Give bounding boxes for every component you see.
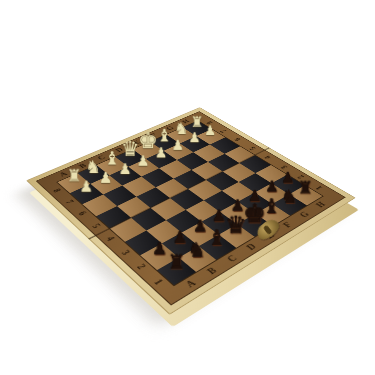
square-h1[interactable] [288,185,322,205]
square-c7[interactable] [109,167,141,186]
light-pawn-e7[interactable]: ♟ [155,146,168,160]
coord-label-C: C [216,248,248,270]
square-h5[interactable] [224,146,255,163]
square-a3[interactable] [125,230,162,255]
dark-pawn-c2[interactable]: ♟ [192,218,207,234]
square-d4[interactable] [170,189,204,210]
dark-bishop-c1[interactable]: ♝ [207,227,226,248]
dark-queen-d1[interactable]: ♛ [225,213,247,237]
square-a2[interactable] [140,244,178,270]
dark-knight-g1[interactable]: ♞ [281,188,298,207]
dark-pawn-d2[interactable]: ♟ [212,208,226,224]
dark-pawn-h2[interactable]: ♟ [281,171,294,186]
dark-pawn-e2[interactable]: ♟ [230,198,244,214]
coord-label-D: D [107,143,133,157]
square-g5[interactable] [208,154,239,172]
chessboard: 87654321 87654321 ABCDEFGH ABCDEFGH ♜♞♝♛… [26,107,356,315]
coordinate-band: 87654321 87654321 ABCDEFGH ABCDEFGH [36,111,346,305]
square-b7[interactable] [90,175,122,195]
square-d3[interactable] [185,200,220,222]
square-e5[interactable] [173,170,205,189]
square-c2[interactable] [182,222,218,246]
square-a8[interactable] [58,173,90,192]
square-a4[interactable] [110,218,146,242]
square-b1[interactable] [178,246,216,272]
coord-label-6: 6 [225,133,250,146]
coord-label-7: 7 [211,125,236,138]
light-pawn-g7[interactable]: ♟ [188,132,200,146]
light-pawn-d7[interactable]: ♟ [137,154,150,168]
square-g7[interactable] [180,136,210,152]
dark-pawn-g2[interactable]: ♟ [265,179,279,194]
square-b6[interactable] [103,186,136,206]
square-b8[interactable] [77,165,109,184]
coord-label-F: F [141,129,166,142]
square-c6[interactable] [122,177,155,197]
coord-label-8: 8 [42,182,71,199]
square-h2[interactable] [271,175,304,195]
coord-label-2: 2 [124,256,157,278]
square-h3[interactable] [255,165,287,184]
square-e6[interactable] [159,160,191,178]
board-grid [58,121,323,285]
light-rook-a8[interactable]: ♜ [66,168,81,185]
square-h7[interactable] [196,129,225,145]
coord-label-1: 1 [305,179,333,195]
square-d8[interactable] [115,149,146,166]
square-f6[interactable] [177,152,208,170]
light-pawn-b7[interactable]: ♟ [99,171,112,186]
light-rook-h8[interactable]: ♜ [190,115,203,130]
square-g2[interactable] [255,183,289,203]
square-d6[interactable] [141,168,173,187]
square-h6[interactable] [210,137,240,153]
coord-label-E: E [124,136,150,149]
coord-label-1: 1 [141,270,175,294]
square-a7[interactable] [70,184,103,204]
square-e8[interactable] [133,142,163,159]
labels-left: 87654321 [44,182,174,294]
coord-label-G: G [158,122,183,134]
coord-label-3: 3 [109,242,141,263]
square-a6[interactable] [82,195,116,216]
square-c3[interactable] [166,210,201,233]
coord-label-G: G [290,206,319,224]
square-g8[interactable] [166,128,195,144]
dark-rook-h1[interactable]: ♜ [298,179,313,196]
light-pawn-h7[interactable]: ♟ [204,124,216,137]
light-pawn-c7[interactable]: ♟ [119,163,132,178]
coord-label-A: A [174,272,208,296]
square-d1[interactable] [218,224,255,248]
pieces-layer: ♜♞♝♛♚♝♞♜♟♟♟♟♟♟♟♟♟♟♟♟♟♟♟♟♜♞♝♛♚♝♞♜ [58,121,323,285]
dark-pawn-a2[interactable]: ♟ [151,241,166,258]
coord-label-H: H [174,116,198,128]
square-b5[interactable] [116,196,150,217]
square-f3[interactable] [221,182,254,202]
coord-label-A: A [50,167,78,182]
square-d7[interactable] [128,159,159,177]
square-h4[interactable] [239,155,271,173]
square-c4[interactable] [151,198,185,220]
coord-label-4: 4 [255,150,281,164]
coord-label-7: 7 [54,193,84,210]
square-a1[interactable] [157,258,196,286]
coord-label-5: 5 [80,216,111,235]
square-g1[interactable] [272,194,307,215]
board-drop-shadow [60,85,294,319]
square-f4[interactable] [206,171,239,190]
coord-label-C: C [88,151,115,165]
light-knight-b8[interactable]: ♞ [85,158,101,175]
square-e4[interactable] [188,180,221,200]
square-c8[interactable] [97,157,128,175]
dark-rook-a1[interactable]: ♜ [167,253,185,273]
hinge-seam [88,147,270,239]
square-h8[interactable] [182,121,211,136]
square-a5[interactable] [96,206,131,228]
labels-top: ABCDEFGH [50,116,198,183]
dark-bishop-f1[interactable]: ♝ [263,196,281,216]
coord-label-8: 8 [198,117,222,129]
square-b2[interactable] [161,233,198,258]
light-knight-g8[interactable]: ♞ [174,121,188,137]
light-pawn-f7[interactable]: ♟ [172,139,184,153]
labels-bottom: ABCDEFGH [174,196,335,296]
coord-label-4: 4 [94,229,126,249]
square-b4[interactable] [131,208,166,231]
dark-pawn-f2[interactable]: ♟ [248,189,262,204]
light-bishop-c8[interactable]: ♝ [104,149,120,167]
labels-right: 87654321 [198,116,333,196]
dark-knight-b1[interactable]: ♞ [188,240,207,261]
square-e3[interactable] [203,191,237,212]
square-c5[interactable] [136,187,170,208]
coord-label-6: 6 [67,204,97,222]
light-pawn-a7[interactable]: ♟ [79,180,93,195]
square-g4[interactable] [223,163,255,182]
square-f7[interactable] [163,143,193,160]
square-d2[interactable] [201,212,237,235]
box-side-thickness [74,84,308,318]
square-b3[interactable] [146,220,182,244]
square-e7[interactable] [146,151,177,168]
square-f2[interactable] [238,193,272,214]
coord-label-B: B [196,260,229,283]
light-bishop-f8[interactable]: ♝ [157,127,172,144]
square-d5[interactable] [155,178,188,198]
square-g3[interactable] [238,173,271,192]
square-f5[interactable] [191,162,223,180]
coord-label-H: H [307,196,336,214]
coord-label-2: 2 [287,169,314,185]
light-king-e8[interactable]: ♚ [138,130,158,152]
dark-pawn-b2[interactable]: ♟ [172,229,187,246]
coord-label-5: 5 [240,141,266,155]
board-outer-frame: 87654321 87654321 ABCDEFGH ABCDEFGH [26,107,356,315]
product-photo-scene: 87654321 87654321 ABCDEFGH ABCDEFGH ♜♞♝♛… [0,0,375,375]
square-c1[interactable] [198,235,235,260]
square-g6[interactable] [193,145,224,162]
coord-label-B: B [69,159,96,174]
square-e2[interactable] [220,202,255,224]
chessboard-assembly: 87654321 87654321 ABCDEFGH ABCDEFGH ♜♞♝♛… [71,72,305,306]
light-queen-d8[interactable]: ♛ [121,139,139,160]
coord-label-3: 3 [271,160,298,175]
brass-clasp [254,216,282,243]
square-f8[interactable] [150,135,180,151]
